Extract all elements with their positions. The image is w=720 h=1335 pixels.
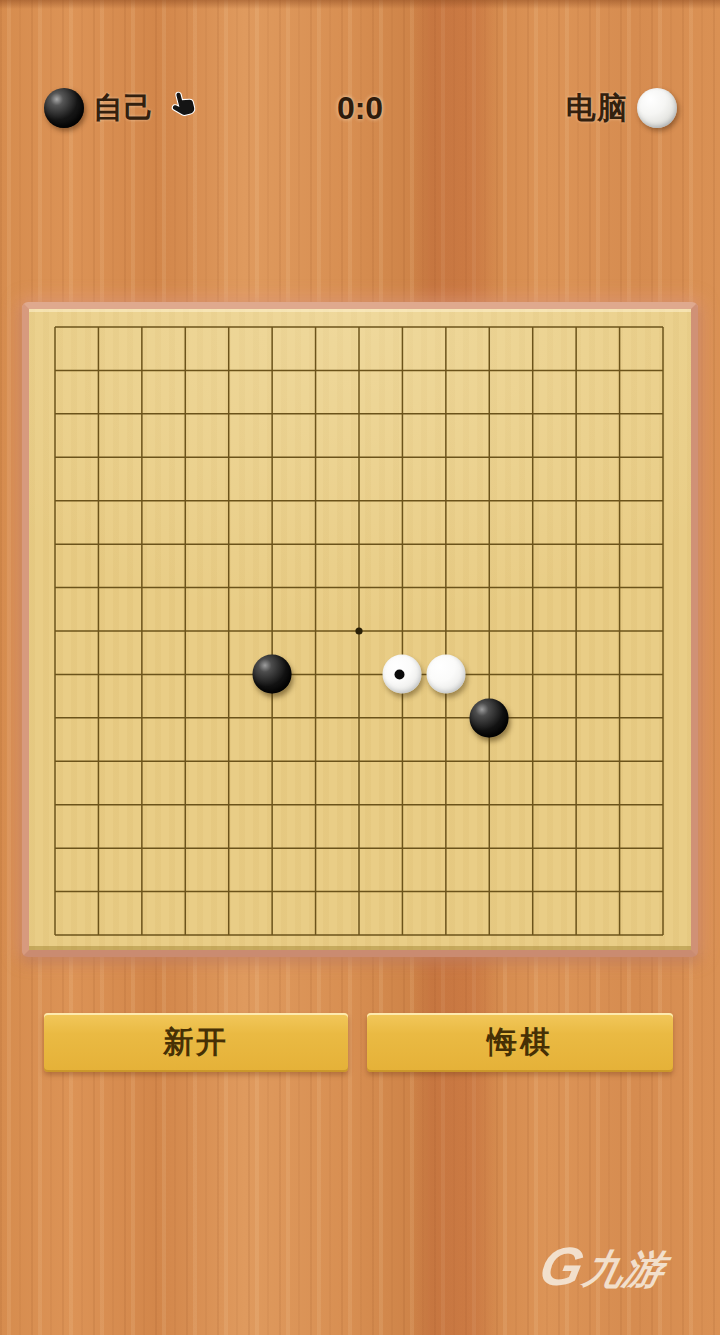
- last-move-marker: [394, 669, 404, 679]
- player-computer: 电脑: [566, 85, 677, 131]
- top-bar: 0:0 自己 电脑: [0, 85, 720, 131]
- stone-black: [470, 698, 509, 737]
- game-board[interactable]: [22, 302, 698, 957]
- player-self: 自己: [44, 85, 201, 131]
- undo-button[interactable]: 悔棋: [367, 1013, 673, 1072]
- grid-lines: [55, 327, 663, 935]
- stone-black: [253, 655, 292, 694]
- app-screen: 0:0 自己 电脑 新开 悔棋 G 九游: [0, 0, 720, 1335]
- jiuyou-logo-text: 九游: [578, 1246, 675, 1291]
- jiuyou-logo: G 九游: [526, 1233, 684, 1307]
- white-stone-icon: [637, 88, 677, 128]
- new-game-button[interactable]: 新开: [44, 1013, 348, 1072]
- player-self-label: 自己: [93, 85, 155, 131]
- stone-white: [426, 655, 465, 694]
- stone-white: [383, 655, 422, 694]
- computer-label: 电脑: [566, 85, 628, 131]
- board-grid[interactable]: [55, 327, 663, 935]
- hand-cursor-icon: [163, 85, 205, 130]
- black-stone-icon: [44, 88, 84, 128]
- star-point: [355, 627, 362, 634]
